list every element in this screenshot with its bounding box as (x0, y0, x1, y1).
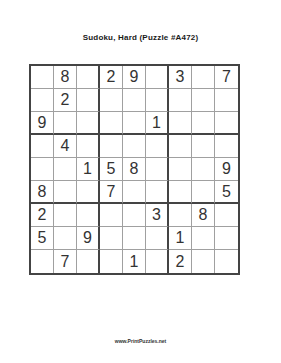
sudoku-cell-r5c1 (31, 158, 54, 181)
sudoku-cell-r8c8 (192, 227, 215, 250)
sudoku-cell-r3c7 (169, 112, 192, 135)
sudoku-cell-r4c6 (146, 135, 169, 158)
sudoku-cell-r6c5 (123, 181, 146, 204)
sudoku-cell-r2c5 (123, 89, 146, 112)
sudoku-cell-r9c7: 2 (169, 250, 192, 273)
sudoku-cell-r9c5: 1 (123, 250, 146, 273)
sudoku-cell-r3c2 (54, 112, 77, 135)
sudoku-cell-r8c9 (215, 227, 238, 250)
sudoku-cell-r7c4 (100, 204, 123, 227)
sudoku-cell-r1c1 (31, 66, 54, 89)
sudoku-cell-r2c4 (100, 89, 123, 112)
sudoku-cell-r1c9: 7 (215, 66, 238, 89)
sudoku-cell-r2c1 (31, 89, 54, 112)
sudoku-cell-r8c2 (54, 227, 77, 250)
sudoku-cell-r4c8 (192, 135, 215, 158)
sudoku-cell-r1c7: 3 (169, 66, 192, 89)
sudoku-cell-r4c3 (77, 135, 100, 158)
sudoku-cell-r8c7: 1 (169, 227, 192, 250)
sudoku-cell-r3c8 (192, 112, 215, 135)
sudoku-cell-r3c1: 9 (31, 112, 54, 135)
sudoku-cell-r5c8 (192, 158, 215, 181)
sudoku-cell-r8c4 (100, 227, 123, 250)
sudoku-cell-r5c3: 1 (77, 158, 100, 181)
sudoku-cell-r9c2: 7 (54, 250, 77, 273)
sudoku-cell-r2c9 (215, 89, 238, 112)
sudoku-cell-r6c4: 7 (100, 181, 123, 204)
sudoku-cell-r9c3 (77, 250, 100, 273)
sudoku-cell-r5c7 (169, 158, 192, 181)
sudoku-cell-r4c5 (123, 135, 146, 158)
sudoku-cell-r3c5 (123, 112, 146, 135)
sudoku-cell-r2c6 (146, 89, 169, 112)
sudoku-cell-r4c7 (169, 135, 192, 158)
sudoku-cell-r5c2 (54, 158, 77, 181)
sudoku-cell-r1c3 (77, 66, 100, 89)
sudoku-cell-r1c4: 2 (100, 66, 123, 89)
sudoku-cell-r1c8 (192, 66, 215, 89)
sudoku-cell-r6c7 (169, 181, 192, 204)
sudoku-cell-r6c3 (77, 181, 100, 204)
sudoku-cell-r9c9 (215, 250, 238, 273)
sudoku-cell-r2c2: 2 (54, 89, 77, 112)
sudoku-cell-r7c2 (54, 204, 77, 227)
sudoku-cell-r3c3 (77, 112, 100, 135)
sudoku-cell-r3c4 (100, 112, 123, 135)
sudoku-cell-r9c6 (146, 250, 169, 273)
puzzle-title: Sudoku, Hard (Puzzle #A472) (0, 33, 281, 42)
sudoku-board: 8293729141589875238591712 (29, 64, 240, 275)
sudoku-cell-r1c2: 8 (54, 66, 77, 89)
sudoku-cell-r5c9: 9 (215, 158, 238, 181)
sudoku-cell-r7c7 (169, 204, 192, 227)
sudoku-cell-r6c6 (146, 181, 169, 204)
sudoku-cell-r2c8 (192, 89, 215, 112)
sudoku-cell-r3c6: 1 (146, 112, 169, 135)
sudoku-cell-r8c1: 5 (31, 227, 54, 250)
footer-site-url: www.PrintPuzzles.net (0, 338, 281, 344)
sudoku-cell-r7c6: 3 (146, 204, 169, 227)
sudoku-cell-r4c9 (215, 135, 238, 158)
sudoku-cell-r1c6 (146, 66, 169, 89)
sudoku-cell-r8c3: 9 (77, 227, 100, 250)
puzzle-page: Sudoku, Hard (Puzzle #A472) 829372914158… (0, 0, 281, 363)
sudoku-cell-r4c1 (31, 135, 54, 158)
sudoku-cell-r5c5: 8 (123, 158, 146, 181)
sudoku-cell-r5c4: 5 (100, 158, 123, 181)
sudoku-cell-r6c8 (192, 181, 215, 204)
sudoku-cell-r9c1 (31, 250, 54, 273)
sudoku-cell-r5c6 (146, 158, 169, 181)
sudoku-cell-r9c4 (100, 250, 123, 273)
sudoku-cell-r7c3 (77, 204, 100, 227)
sudoku-cell-r1c5: 9 (123, 66, 146, 89)
sudoku-cell-r2c7 (169, 89, 192, 112)
sudoku-cell-r7c9 (215, 204, 238, 227)
sudoku-cell-r6c1: 8 (31, 181, 54, 204)
sudoku-cell-r9c8 (192, 250, 215, 273)
sudoku-cell-r4c2: 4 (54, 135, 77, 158)
sudoku-cell-r2c3 (77, 89, 100, 112)
sudoku-cell-r6c2 (54, 181, 77, 204)
sudoku-cell-r4c4 (100, 135, 123, 158)
sudoku-cell-r7c1: 2 (31, 204, 54, 227)
sudoku-cell-r8c6 (146, 227, 169, 250)
sudoku-cell-r7c5 (123, 204, 146, 227)
sudoku-cell-r8c5 (123, 227, 146, 250)
sudoku-cell-r3c9 (215, 112, 238, 135)
sudoku-cell-r6c9: 5 (215, 181, 238, 204)
sudoku-cell-r7c8: 8 (192, 204, 215, 227)
